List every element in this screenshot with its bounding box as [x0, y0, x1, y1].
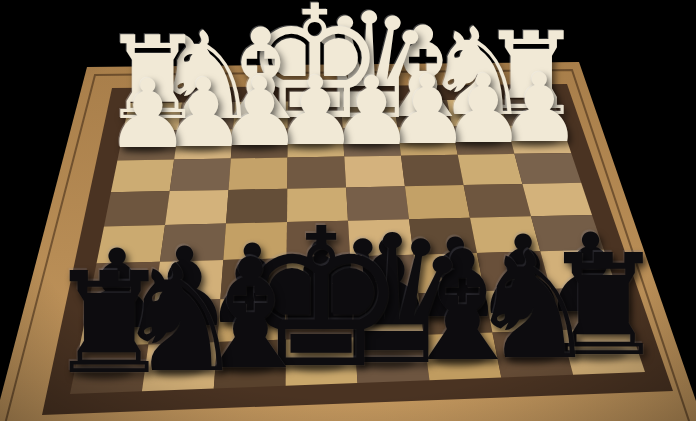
chess-board	[0, 0, 696, 421]
chess-photo-scene: ♜♞♝♛♚♝♞♜♟♟♟♟♟♟♟♟♟♟♟♟♟♟♟♟♜♞♝♛♚♝♞♜	[0, 0, 696, 421]
vignette	[0, 0, 696, 421]
